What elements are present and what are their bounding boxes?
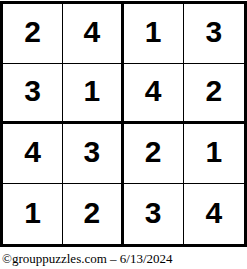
cell-r2c2: 1 [63, 64, 123, 124]
cell-r3c4: 1 [184, 124, 244, 184]
cell-r4c3: 3 [124, 184, 184, 244]
cell-r2c3: 4 [124, 64, 184, 124]
cell-r2c1: 3 [3, 64, 63, 124]
sudoku-page: 2413314243211234 ©grouppuzzles.com – 6/1… [0, 0, 247, 269]
cell-r3c3: 2 [124, 124, 184, 184]
cell-r1c1: 2 [3, 4, 63, 64]
cell-r2c4: 2 [184, 64, 244, 124]
cell-r4c2: 2 [63, 184, 123, 244]
cell-r3c1: 4 [3, 124, 63, 184]
cell-r4c4: 4 [184, 184, 244, 244]
credit-line: ©grouppuzzles.com – 6/13/2024 [2, 251, 173, 267]
cell-r1c3: 1 [124, 4, 184, 64]
cell-r1c2: 4 [63, 4, 123, 64]
cell-r3c2: 3 [63, 124, 123, 184]
cell-r4c1: 1 [3, 184, 63, 244]
sudoku-board: 2413314243211234 [0, 1, 247, 247]
cell-r1c4: 3 [184, 4, 244, 64]
